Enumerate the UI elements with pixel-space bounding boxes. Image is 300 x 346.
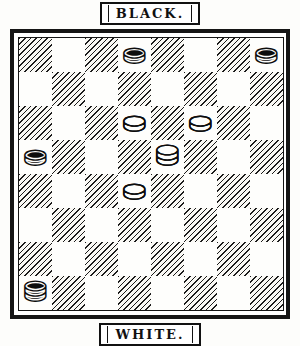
white-side-label-box: WHITE.: [99, 323, 200, 346]
white-man-piece[interactable]: ⛀: [122, 107, 147, 137]
board-square-r3c1[interactable]: [19, 106, 52, 140]
board-square-r3c5[interactable]: [151, 106, 184, 140]
board-square-r1c4[interactable]: ⛂: [118, 38, 151, 72]
board-square-r5c7[interactable]: [217, 174, 250, 208]
board-square-r5c5[interactable]: [151, 174, 184, 208]
black-side-label-box: BLACK.: [100, 2, 200, 25]
white-man-piece[interactable]: ⛀: [188, 107, 213, 137]
board-square-r1c5[interactable]: [151, 38, 184, 72]
board-square-r8c8[interactable]: [250, 276, 283, 310]
board-square-r5c8[interactable]: [250, 174, 283, 208]
board-square-r1c3[interactable]: [85, 38, 118, 72]
diagram-page: BLACK. ⛂⛂⛀⛀⛂⛁⛀⛃ WHITE.: [0, 0, 300, 346]
board-square-r4c7[interactable]: [217, 140, 250, 174]
label-right-tick: [192, 326, 193, 343]
board-square-r3c2[interactable]: [52, 106, 85, 140]
black-man-piece[interactable]: ⛂: [23, 141, 48, 171]
board-square-r6c5[interactable]: [151, 208, 184, 242]
top-label-row: BLACK.: [0, 0, 300, 25]
board-square-r4c2[interactable]: [52, 140, 85, 174]
checkers-board: ⛂⛂⛀⛀⛂⛁⛀⛃: [10, 29, 290, 319]
board-square-r7c8[interactable]: [250, 242, 283, 276]
black-man-piece[interactable]: ⛂: [254, 39, 279, 69]
board-square-r5c2[interactable]: [52, 174, 85, 208]
board-square-r8c1[interactable]: ⛃: [19, 276, 52, 310]
board-square-r6c4[interactable]: [118, 208, 151, 242]
board-square-r2c1[interactable]: [19, 72, 52, 106]
black-king-piece[interactable]: ⛃: [23, 277, 48, 307]
board-square-r6c2[interactable]: [52, 208, 85, 242]
board-square-r7c6[interactable]: [184, 242, 217, 276]
board-square-r7c5[interactable]: [151, 242, 184, 276]
board-square-r3c4[interactable]: ⛀: [118, 106, 151, 140]
board-square-r1c7[interactable]: [217, 38, 250, 72]
board-square-r3c3[interactable]: [85, 106, 118, 140]
black-man-piece[interactable]: ⛂: [122, 39, 147, 69]
board-square-r6c6[interactable]: [184, 208, 217, 242]
board-square-r4c6[interactable]: [184, 140, 217, 174]
board-square-r4c1[interactable]: ⛂: [19, 140, 52, 174]
board-square-r8c2[interactable]: [52, 276, 85, 310]
board-square-r1c8[interactable]: ⛂: [250, 38, 283, 72]
board-square-r8c3[interactable]: [85, 276, 118, 310]
board-square-r8c6[interactable]: [184, 276, 217, 310]
board-square-r7c4[interactable]: [118, 242, 151, 276]
label-right-tick: [191, 5, 192, 22]
board-square-r7c2[interactable]: [52, 242, 85, 276]
label-left-tick: [108, 5, 109, 22]
board-square-r5c1[interactable]: [19, 174, 52, 208]
board-square-r4c8[interactable]: [250, 140, 283, 174]
board-square-r4c4[interactable]: [118, 140, 151, 174]
board-square-r2c2[interactable]: [52, 72, 85, 106]
board-square-r1c6[interactable]: [184, 38, 217, 72]
white-side-label: WHITE.: [115, 326, 184, 343]
board-square-r6c7[interactable]: [217, 208, 250, 242]
board-square-r2c6[interactable]: [184, 72, 217, 106]
white-man-piece[interactable]: ⛀: [122, 175, 147, 205]
board-square-r5c3[interactable]: [85, 174, 118, 208]
board-square-r3c6[interactable]: ⛀: [184, 106, 217, 140]
board-square-r6c3[interactable]: [85, 208, 118, 242]
board-square-r3c7[interactable]: [217, 106, 250, 140]
board-square-r7c3[interactable]: [85, 242, 118, 276]
board-square-r8c4[interactable]: [118, 276, 151, 310]
bottom-label-row: WHITE.: [0, 319, 300, 346]
board-square-r4c5[interactable]: ⛁: [151, 140, 184, 174]
board-square-r7c1[interactable]: [19, 242, 52, 276]
board-square-r2c3[interactable]: [85, 72, 118, 106]
board-square-r4c3[interactable]: [85, 140, 118, 174]
board-square-r2c8[interactable]: [250, 72, 283, 106]
board-square-r6c1[interactable]: [19, 208, 52, 242]
board-square-r8c5[interactable]: [151, 276, 184, 310]
board-square-r2c7[interactable]: [217, 72, 250, 106]
board-square-r6c8[interactable]: [250, 208, 283, 242]
white-king-piece[interactable]: ⛁: [155, 141, 180, 171]
board-square-r7c7[interactable]: [217, 242, 250, 276]
board-square-r8c7[interactable]: [217, 276, 250, 310]
board-square-r5c4[interactable]: ⛀: [118, 174, 151, 208]
board-square-r2c4[interactable]: [118, 72, 151, 106]
board-grid: ⛂⛂⛀⛀⛂⛁⛀⛃: [18, 37, 284, 311]
black-side-label: BLACK.: [116, 5, 184, 22]
label-left-tick: [107, 326, 108, 343]
board-square-r1c1[interactable]: [19, 38, 52, 72]
board-square-r5c6[interactable]: [184, 174, 217, 208]
board-square-r1c2[interactable]: [52, 38, 85, 72]
board-square-r3c8[interactable]: [250, 106, 283, 140]
board-square-r2c5[interactable]: [151, 72, 184, 106]
